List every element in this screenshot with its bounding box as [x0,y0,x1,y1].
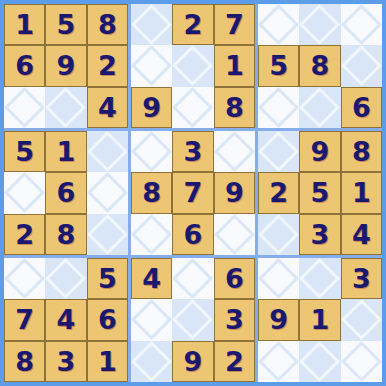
cell-r4c2: 1 [45,131,86,172]
diamond-icon [131,4,172,45]
cell-r9c9[interactable] [341,341,382,382]
diamond-icon [172,87,213,128]
cell-r1c6: 7 [214,4,255,45]
cell-r9c6: 2 [214,341,255,382]
diamond-icon [4,172,45,213]
cell-r4c9: 8 [341,131,382,172]
cell-r7c1[interactable] [4,258,45,299]
diamond-icon [299,87,340,128]
cell-r5c7: 2 [258,172,299,213]
diamond-icon [299,341,340,382]
cell-r8c1: 7 [4,299,45,340]
cell-r8c9[interactable] [341,299,382,340]
cell-r8c7: 9 [258,299,299,340]
cell-r8c3: 6 [87,299,128,340]
cell-r8c5[interactable] [172,299,213,340]
diamond-icon [214,131,255,172]
cell-r9c8[interactable] [299,341,340,382]
cell-r1c1: 1 [4,4,45,45]
box-4: 51628 [4,131,128,255]
cell-r1c7[interactable] [258,4,299,45]
cell-r2c9[interactable] [341,45,382,86]
diamond-icon [45,258,86,299]
box-7: 5746831 [4,258,128,382]
cell-r4c8: 9 [299,131,340,172]
diamond-icon [341,299,382,340]
box-8: 46392 [131,258,255,382]
cell-r8c2: 4 [45,299,86,340]
cell-r6c3[interactable] [87,214,128,255]
diamond-icon [4,258,45,299]
cell-r7c7[interactable] [258,258,299,299]
box-6: 9825134 [258,131,382,255]
diamond-icon [131,45,172,86]
cell-r8c8: 1 [299,299,340,340]
cell-r7c6: 6 [214,258,255,299]
cell-r2c2: 9 [45,45,86,86]
diamond-icon [341,45,382,86]
cell-r3c5[interactable] [172,87,213,128]
diamond-icon [258,4,299,45]
cell-r4c1: 5 [4,131,45,172]
cell-r1c9[interactable] [341,4,382,45]
cell-r7c4: 4 [131,258,172,299]
diamond-icon [214,214,255,255]
box-1: 1586924 [4,4,128,128]
sudoku-board: 1586924271985865162838796982513457468314… [0,0,386,386]
cell-r9c4[interactable] [131,341,172,382]
cell-r9c2: 3 [45,341,86,382]
cell-r5c3[interactable] [87,172,128,213]
cell-r3c4: 9 [131,87,172,128]
cell-r3c2[interactable] [45,87,86,128]
cell-r7c9: 3 [341,258,382,299]
cell-r2c7: 5 [258,45,299,86]
cell-r1c8[interactable] [299,4,340,45]
cell-r9c5: 9 [172,341,213,382]
cell-r3c1[interactable] [4,87,45,128]
diamond-icon [87,214,128,255]
cell-r2c6: 1 [214,45,255,86]
diamond-icon [341,341,382,382]
cell-r6c6[interactable] [214,214,255,255]
box-5: 38796 [131,131,255,255]
diamond-icon [87,172,128,213]
cell-r5c8: 5 [299,172,340,213]
diamond-icon [258,131,299,172]
cell-r6c5: 6 [172,214,213,255]
cell-r6c2: 8 [45,214,86,255]
cell-r5c4: 8 [131,172,172,213]
cell-r5c5: 7 [172,172,213,213]
box-3: 586 [258,4,382,128]
diamond-icon [341,4,382,45]
cell-r6c4[interactable] [131,214,172,255]
cell-r3c7[interactable] [258,87,299,128]
cell-r9c7[interactable] [258,341,299,382]
cell-r3c6: 8 [214,87,255,128]
diamond-icon [4,87,45,128]
box-2: 27198 [131,4,255,128]
cell-r5c2: 6 [45,172,86,213]
cell-r7c5[interactable] [172,258,213,299]
cell-r4c5: 3 [172,131,213,172]
diamond-icon [87,131,128,172]
cell-r1c5: 2 [172,4,213,45]
cell-r5c6: 9 [214,172,255,213]
cell-r1c2: 5 [45,4,86,45]
cell-r7c8[interactable] [299,258,340,299]
diamond-icon [172,299,213,340]
diamond-icon [299,258,340,299]
cell-r4c6[interactable] [214,131,255,172]
diamond-icon [131,214,172,255]
cell-r2c4[interactable] [131,45,172,86]
cell-r3c8[interactable] [299,87,340,128]
diamond-icon [131,341,172,382]
cell-r2c5[interactable] [172,45,213,86]
cell-r2c1: 6 [4,45,45,86]
cell-r4c3[interactable] [87,131,128,172]
cell-r9c1: 8 [4,341,45,382]
cell-r3c9: 6 [341,87,382,128]
diamond-icon [299,4,340,45]
cell-r6c1: 2 [4,214,45,255]
cell-r7c3: 5 [87,258,128,299]
cell-r6c7[interactable] [258,214,299,255]
diamond-icon [258,214,299,255]
cell-r2c8: 8 [299,45,340,86]
cell-r6c9: 4 [341,214,382,255]
cell-r1c3: 8 [87,4,128,45]
cell-r3c3: 4 [87,87,128,128]
diamond-icon [172,258,213,299]
diamond-icon [258,258,299,299]
diamond-icon [258,87,299,128]
cell-r6c8: 3 [299,214,340,255]
cell-r8c4[interactable] [131,299,172,340]
diamond-icon [131,131,172,172]
diamond-icon [258,341,299,382]
diamond-icon [131,299,172,340]
diamond-icon [172,45,213,86]
cell-r8c6: 3 [214,299,255,340]
cell-r4c4[interactable] [131,131,172,172]
cell-r5c9: 1 [341,172,382,213]
cell-r5c1[interactable] [4,172,45,213]
cell-r1c4[interactable] [131,4,172,45]
cell-r7c2[interactable] [45,258,86,299]
cell-r9c3: 1 [87,341,128,382]
box-9: 391 [258,258,382,382]
diamond-icon [45,87,86,128]
cell-r2c3: 2 [87,45,128,86]
cell-r4c7[interactable] [258,131,299,172]
